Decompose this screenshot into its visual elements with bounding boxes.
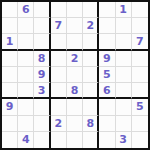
cell-r5c1[interactable] [2,67,18,83]
cell-r5c3[interactable]: 9 [34,67,50,83]
cell-r4c4[interactable] [51,51,67,67]
cell-r2c6[interactable]: 2 [83,18,99,34]
cell-r2c7[interactable] [99,18,115,34]
cell-r8c7[interactable] [99,116,115,132]
cell-r7c4[interactable] [51,99,67,115]
given-digit: 8 [71,85,79,96]
cell-r7c8[interactable] [116,99,132,115]
cell-r7c2[interactable] [18,99,34,115]
cell-r9c5[interactable] [67,132,83,148]
cell-r8c8[interactable] [116,116,132,132]
cell-r6c4[interactable] [51,83,67,99]
given-digit: 2 [54,118,62,129]
cell-r1c9[interactable] [132,2,148,18]
cell-r3c6[interactable] [83,34,99,50]
cell-r5c2[interactable] [18,67,34,83]
given-digit: 5 [136,101,144,112]
given-digit: 9 [103,53,111,64]
cell-r8c6[interactable]: 8 [83,116,99,132]
cell-r3c8[interactable] [116,34,132,50]
cell-r2c3[interactable] [34,18,50,34]
cell-r8c5[interactable] [67,116,83,132]
cell-r9c9[interactable] [132,132,148,148]
cell-r9c7[interactable] [99,132,115,148]
cell-r9c3[interactable] [34,132,50,148]
cell-r9c8[interactable]: 3 [116,132,132,148]
given-digit: 1 [6,36,14,47]
given-digit: 7 [136,36,144,47]
cell-r8c2[interactable] [18,116,34,132]
cell-r7c6[interactable] [83,99,99,115]
cell-r8c9[interactable] [132,116,148,132]
cell-r5c9[interactable] [132,67,148,83]
cell-r9c6[interactable] [83,132,99,148]
given-digit: 1 [119,4,127,15]
given-digit: 3 [38,85,46,96]
cell-r2c5[interactable] [67,18,83,34]
cell-r6c5[interactable]: 8 [67,83,83,99]
cell-r8c4[interactable]: 2 [51,116,67,132]
cell-r9c2[interactable]: 4 [18,132,34,148]
cell-r3c2[interactable] [18,34,34,50]
cell-r3c4[interactable] [51,34,67,50]
given-digit: 8 [38,53,46,64]
cell-r5c7[interactable]: 5 [99,67,115,83]
cell-r2c8[interactable] [116,18,132,34]
given-digit: 6 [103,85,111,96]
cell-r4c9[interactable] [132,51,148,67]
cell-r6c3[interactable]: 3 [34,83,50,99]
cell-r3c1[interactable]: 1 [2,34,18,50]
cell-r8c1[interactable] [2,116,18,132]
cell-r4c3[interactable]: 8 [34,51,50,67]
cell-r3c3[interactable] [34,34,50,50]
cell-r1c2[interactable]: 6 [18,2,34,18]
cell-r7c9[interactable]: 5 [132,99,148,115]
cell-r1c5[interactable] [67,2,83,18]
cell-r4c5[interactable]: 2 [67,51,83,67]
given-digit: 8 [86,118,94,129]
cell-r7c1[interactable]: 9 [2,99,18,115]
cell-r5c8[interactable] [116,67,132,83]
cell-r1c4[interactable] [51,2,67,18]
sudoku-board: 61721782995386952843 [0,0,150,150]
cell-r1c6[interactable] [83,2,99,18]
given-digit: 3 [119,134,127,145]
cell-r5c4[interactable] [51,67,67,83]
cell-r3c9[interactable]: 7 [132,34,148,50]
cell-r8c3[interactable] [34,116,50,132]
cell-r6c8[interactable] [116,83,132,99]
cell-r1c7[interactable] [99,2,115,18]
cell-r6c9[interactable] [132,83,148,99]
given-digit: 2 [86,20,94,31]
cell-r2c1[interactable] [2,18,18,34]
cell-r4c8[interactable] [116,51,132,67]
cell-r7c7[interactable] [99,99,115,115]
cell-r3c5[interactable] [67,34,83,50]
cell-r1c3[interactable] [34,2,50,18]
given-digit: 6 [22,4,30,15]
cell-r9c4[interactable] [51,132,67,148]
cell-r3c7[interactable] [99,34,115,50]
cell-r6c2[interactable] [18,83,34,99]
given-digit: 2 [71,53,79,64]
given-digit: 4 [22,134,30,145]
cell-r7c3[interactable] [34,99,50,115]
cell-r6c6[interactable] [83,83,99,99]
cell-r4c1[interactable] [2,51,18,67]
cell-r5c5[interactable] [67,67,83,83]
cell-r2c4[interactable]: 7 [51,18,67,34]
given-digit: 5 [103,69,111,80]
cell-r1c8[interactable]: 1 [116,2,132,18]
cell-r9c1[interactable] [2,132,18,148]
cell-r6c1[interactable] [2,83,18,99]
cell-r4c2[interactable] [18,51,34,67]
cell-r2c2[interactable] [18,18,34,34]
given-digit: 9 [6,101,14,112]
cell-r6c7[interactable]: 6 [99,83,115,99]
cell-r4c6[interactable] [83,51,99,67]
cell-r5c6[interactable] [83,67,99,83]
given-digit: 7 [54,20,62,31]
given-digit: 9 [38,69,46,80]
cell-r4c7[interactable]: 9 [99,51,115,67]
cell-r2c9[interactable] [132,18,148,34]
cell-r1c1[interactable] [2,2,18,18]
cell-r7c5[interactable] [67,99,83,115]
